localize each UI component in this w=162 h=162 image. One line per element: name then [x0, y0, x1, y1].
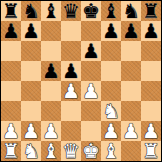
black-pawn-piece[interactable]: ♟ — [42, 61, 60, 81]
square-a3[interactable] — [1, 101, 21, 121]
square-g4[interactable] — [121, 81, 141, 101]
black-pawn-piece[interactable]: ♟ — [102, 21, 120, 41]
square-b1[interactable]: ♞ — [21, 141, 41, 161]
square-e3[interactable] — [81, 101, 101, 121]
square-h8[interactable]: ♜ — [141, 1, 161, 21]
square-e5[interactable] — [81, 61, 101, 81]
square-f8[interactable]: ♝ — [101, 1, 121, 21]
square-g7[interactable]: ♟ — [121, 21, 141, 41]
black-pawn-piece[interactable]: ♟ — [62, 61, 80, 81]
square-d5[interactable]: ♟ — [61, 61, 81, 81]
square-a5[interactable] — [1, 61, 21, 81]
square-g1[interactable] — [121, 141, 141, 161]
black-bishop-piece[interactable]: ♝ — [42, 1, 60, 21]
black-pawn-piece[interactable]: ♟ — [82, 41, 100, 61]
square-b7[interactable]: ♟ — [21, 21, 41, 41]
square-a4[interactable] — [1, 81, 21, 101]
square-g2[interactable]: ♟ — [121, 121, 141, 141]
square-c2[interactable]: ♟ — [41, 121, 61, 141]
square-c3[interactable] — [41, 101, 61, 121]
black-king-piece[interactable]: ♚ — [82, 1, 100, 21]
black-knight-piece[interactable]: ♞ — [22, 1, 40, 21]
white-pawn-piece[interactable]: ♟ — [62, 81, 80, 101]
square-b4[interactable] — [21, 81, 41, 101]
square-c4[interactable] — [41, 81, 61, 101]
black-queen-piece[interactable]: ♛ — [62, 1, 80, 21]
square-b2[interactable]: ♟ — [21, 121, 41, 141]
square-b8[interactable]: ♞ — [21, 1, 41, 21]
square-d2[interactable] — [61, 121, 81, 141]
square-a8[interactable]: ♜ — [1, 1, 21, 21]
white-pawn-piece[interactable]: ♟ — [2, 121, 20, 141]
white-pawn-piece[interactable]: ♟ — [122, 121, 140, 141]
square-e8[interactable]: ♚ — [81, 1, 101, 21]
black-pawn-piece[interactable]: ♟ — [2, 21, 20, 41]
white-rook-piece[interactable]: ♜ — [142, 141, 160, 161]
square-e4[interactable]: ♟ — [81, 81, 101, 101]
white-bishop-piece[interactable]: ♝ — [102, 141, 120, 161]
square-h6[interactable] — [141, 41, 161, 61]
square-c6[interactable] — [41, 41, 61, 61]
square-c1[interactable]: ♝ — [41, 141, 61, 161]
square-d6[interactable] — [61, 41, 81, 61]
square-d7[interactable] — [61, 21, 81, 41]
black-rook-piece[interactable]: ♜ — [2, 1, 20, 21]
square-f4[interactable] — [101, 81, 121, 101]
square-h4[interactable] — [141, 81, 161, 101]
square-c7[interactable] — [41, 21, 61, 41]
square-e6[interactable]: ♟ — [81, 41, 101, 61]
square-e2[interactable] — [81, 121, 101, 141]
square-g3[interactable] — [121, 101, 141, 121]
square-f3[interactable]: ♞ — [101, 101, 121, 121]
square-c8[interactable]: ♝ — [41, 1, 61, 21]
black-pawn-piece[interactable]: ♟ — [122, 21, 140, 41]
black-pawn-piece[interactable]: ♟ — [142, 21, 160, 41]
square-g8[interactable]: ♞ — [121, 1, 141, 21]
square-h7[interactable]: ♟ — [141, 21, 161, 41]
square-h1[interactable]: ♜ — [141, 141, 161, 161]
square-b6[interactable] — [21, 41, 41, 61]
square-f1[interactable]: ♝ — [101, 141, 121, 161]
square-h3[interactable] — [141, 101, 161, 121]
square-d4[interactable]: ♟ — [61, 81, 81, 101]
white-king-piece[interactable]: ♚ — [82, 141, 100, 161]
square-e1[interactable]: ♚ — [81, 141, 101, 161]
white-knight-piece[interactable]: ♞ — [22, 141, 40, 161]
square-d8[interactable]: ♛ — [61, 1, 81, 21]
black-knight-piece[interactable]: ♞ — [122, 1, 140, 21]
black-bishop-piece[interactable]: ♝ — [102, 1, 120, 21]
square-d1[interactable]: ♛ — [61, 141, 81, 161]
square-f2[interactable]: ♟ — [101, 121, 121, 141]
white-bishop-piece[interactable]: ♝ — [42, 141, 60, 161]
white-pawn-piece[interactable]: ♟ — [42, 121, 60, 141]
white-queen-piece[interactable]: ♛ — [62, 141, 80, 161]
white-pawn-piece[interactable]: ♟ — [82, 81, 100, 101]
square-a6[interactable] — [1, 41, 21, 61]
chess-board: ♜♞♝♛♚♝♞♜♟♟♟♟♟♟♟♟♟♟♞♟♟♟♟♟♟♜♞♝♛♚♝♜ — [0, 0, 162, 162]
square-e7[interactable] — [81, 21, 101, 41]
white-pawn-piece[interactable]: ♟ — [22, 121, 40, 141]
square-d3[interactable] — [61, 101, 81, 121]
square-a7[interactable]: ♟ — [1, 21, 21, 41]
square-c5[interactable]: ♟ — [41, 61, 61, 81]
square-a2[interactable]: ♟ — [1, 121, 21, 141]
square-f5[interactable] — [101, 61, 121, 81]
white-knight-piece[interactable]: ♞ — [102, 101, 120, 121]
white-rook-piece[interactable]: ♜ — [2, 141, 20, 161]
white-pawn-piece[interactable]: ♟ — [142, 121, 160, 141]
white-pawn-piece[interactable]: ♟ — [102, 121, 120, 141]
square-f6[interactable] — [101, 41, 121, 61]
square-b3[interactable] — [21, 101, 41, 121]
square-f7[interactable]: ♟ — [101, 21, 121, 41]
black-pawn-piece[interactable]: ♟ — [22, 21, 40, 41]
square-h2[interactable]: ♟ — [141, 121, 161, 141]
square-g6[interactable] — [121, 41, 141, 61]
square-g5[interactable] — [121, 61, 141, 81]
square-h5[interactable] — [141, 61, 161, 81]
square-b5[interactable] — [21, 61, 41, 81]
square-a1[interactable]: ♜ — [1, 141, 21, 161]
black-rook-piece[interactable]: ♜ — [142, 1, 160, 21]
